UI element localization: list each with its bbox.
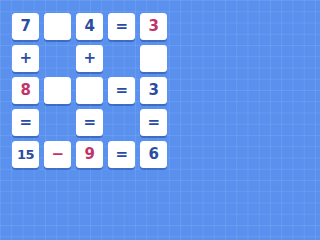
tile-r3c1-number: 8 [12,77,39,104]
tile-r1c4-operator: = [108,13,135,40]
board-hole-r4c4 [108,109,135,136]
tile-r4c1-operator: = [12,109,39,136]
blank-tile-r1c2[interactable] [44,13,71,40]
tile-r2c3-operator: + [76,45,103,72]
board-hole-r4c2 [44,109,71,136]
tile-r1c5-number: 3 [140,13,167,40]
tile-r5c3-number: 9 [76,141,103,168]
tile-r3c4-operator: = [108,77,135,104]
tile-r3c5-number: 3 [140,77,167,104]
board-hole-r2c2 [44,45,71,72]
tile-r2c1-operator: + [12,45,39,72]
tile-r5c5-number: 6 [140,141,167,168]
blank-tile-r3c3[interactable] [76,77,103,104]
tile-r5c4-operator: = [108,141,135,168]
tile-r5c1-number: 15 [12,141,39,168]
tile-r4c5-operator: = [140,109,167,136]
tile-r5c2-operator: − [44,141,71,168]
blank-tile-r2c5[interactable] [140,45,167,72]
crossmath-board: 74=3++8=3===15−9=6 [12,13,167,168]
tile-r1c3-number: 4 [76,13,103,40]
tile-r1c1-number: 7 [12,13,39,40]
blank-tile-r3c2[interactable] [44,77,71,104]
tile-r4c3-operator: = [76,109,103,136]
board-hole-r2c4 [108,45,135,72]
